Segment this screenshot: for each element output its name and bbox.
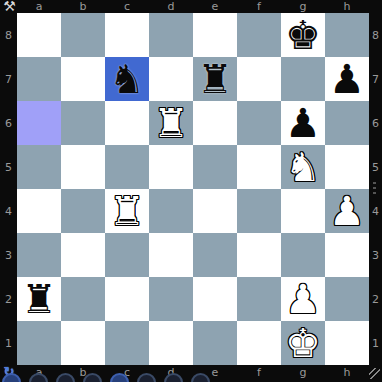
chess-board-window: abcdefgh abcdefgh 87654321 87654321 ♚♞♜♟…: [0, 0, 382, 382]
rank-label-6: 6: [369, 101, 382, 145]
white-pawn[interactable]: ♟: [285, 277, 321, 321]
square-a3[interactable]: [17, 233, 61, 277]
rank-label-7: 7: [0, 57, 17, 101]
square-g6[interactable]: ♟: [281, 101, 325, 145]
rank-label-7: 7: [369, 57, 382, 101]
square-b8[interactable]: [61, 13, 105, 57]
rank-label-8: 8: [0, 13, 17, 57]
square-c8[interactable]: [105, 13, 149, 57]
file-label-h: h: [325, 0, 369, 13]
square-g3[interactable]: [281, 233, 325, 277]
resize-grip-icon[interactable]: [369, 368, 380, 379]
square-b3[interactable]: [61, 233, 105, 277]
square-d5[interactable]: [149, 145, 193, 189]
square-d3[interactable]: [149, 233, 193, 277]
drag-handle-dots-icon[interactable]: [373, 182, 376, 196]
square-f1[interactable]: [237, 321, 281, 365]
square-e8[interactable]: [193, 13, 237, 57]
square-c6[interactable]: [105, 101, 149, 145]
square-g4[interactable]: [281, 189, 325, 233]
square-c5[interactable]: [105, 145, 149, 189]
square-h6[interactable]: [325, 101, 369, 145]
square-d4[interactable]: [149, 189, 193, 233]
black-king[interactable]: ♚: [285, 13, 321, 57]
square-h3[interactable]: [325, 233, 369, 277]
square-d8[interactable]: [149, 13, 193, 57]
file-label-a: a: [17, 0, 61, 13]
black-pawn[interactable]: ♟: [285, 101, 321, 145]
square-d7[interactable]: [149, 57, 193, 101]
square-d1[interactable]: [149, 321, 193, 365]
square-b7[interactable]: [61, 57, 105, 101]
file-label-b: b: [61, 0, 105, 13]
square-c7[interactable]: ♞: [105, 57, 149, 101]
square-e7[interactable]: ♜: [193, 57, 237, 101]
square-a5[interactable]: [17, 145, 61, 189]
file-label-e: e: [193, 0, 237, 13]
square-a6[interactable]: [17, 101, 61, 145]
square-g1[interactable]: ♚: [281, 321, 325, 365]
square-h8[interactable]: [325, 13, 369, 57]
square-d2[interactable]: [149, 277, 193, 321]
file-label-h: h: [325, 365, 369, 382]
square-a1[interactable]: [17, 321, 61, 365]
square-f2[interactable]: [237, 277, 281, 321]
square-f4[interactable]: [237, 189, 281, 233]
rank-label-2: 2: [369, 277, 382, 321]
white-pawn[interactable]: ♟: [329, 189, 365, 233]
square-f8[interactable]: [237, 13, 281, 57]
square-b5[interactable]: [61, 145, 105, 189]
square-f7[interactable]: [237, 57, 281, 101]
rank-label-8: 8: [369, 13, 382, 57]
square-c1[interactable]: [105, 321, 149, 365]
rank-label-5: 5: [0, 145, 17, 189]
square-e3[interactable]: [193, 233, 237, 277]
black-rook[interactable]: ♜: [197, 57, 233, 101]
square-b1[interactable]: [61, 321, 105, 365]
square-b6[interactable]: [61, 101, 105, 145]
rank-label-1: 1: [0, 321, 17, 365]
rank-label-6: 6: [0, 101, 17, 145]
square-a4[interactable]: [17, 189, 61, 233]
rank-labels-left: 87654321: [0, 13, 17, 365]
tools-icon[interactable]: ⚒: [1, 0, 18, 14]
white-rook[interactable]: ♜: [153, 101, 189, 145]
square-f3[interactable]: [237, 233, 281, 277]
file-label-c: c: [105, 0, 149, 13]
white-rook[interactable]: ♜: [109, 189, 145, 233]
rank-label-3: 3: [0, 233, 17, 277]
square-g5[interactable]: ♞: [281, 145, 325, 189]
square-d6[interactable]: ♜: [149, 101, 193, 145]
square-e4[interactable]: [193, 189, 237, 233]
square-h1[interactable]: [325, 321, 369, 365]
black-knight[interactable]: ♞: [109, 57, 145, 101]
white-knight[interactable]: ♞: [285, 145, 321, 189]
square-g8[interactable]: ♚: [281, 13, 325, 57]
black-rook[interactable]: ♜: [21, 277, 57, 321]
file-label-f: f: [237, 0, 281, 13]
square-f6[interactable]: [237, 101, 281, 145]
square-c4[interactable]: ♜: [105, 189, 149, 233]
rank-label-3: 3: [369, 233, 382, 277]
square-b4[interactable]: [61, 189, 105, 233]
file-label-f: f: [237, 365, 281, 382]
white-king[interactable]: ♚: [285, 321, 321, 365]
square-g7[interactable]: [281, 57, 325, 101]
square-c2[interactable]: [105, 277, 149, 321]
rank-label-2: 2: [0, 277, 17, 321]
square-g2[interactable]: ♟: [281, 277, 325, 321]
file-label-d: d: [149, 0, 193, 13]
square-f5[interactable]: [237, 145, 281, 189]
chess-board[interactable]: ♚♞♜♟♜♟♞♜♟♜♟♚: [17, 13, 369, 365]
square-c3[interactable]: [105, 233, 149, 277]
file-label-g: g: [281, 365, 325, 382]
square-a2[interactable]: ♜: [17, 277, 61, 321]
square-h5[interactable]: [325, 145, 369, 189]
square-e1[interactable]: [193, 321, 237, 365]
square-e6[interactable]: [193, 101, 237, 145]
rank-label-4: 4: [0, 189, 17, 233]
square-e2[interactable]: [193, 277, 237, 321]
cropped-toolbar-buttons: [0, 378, 230, 382]
square-h7[interactable]: ♟: [325, 57, 369, 101]
square-e5[interactable]: [193, 145, 237, 189]
square-h2[interactable]: [325, 277, 369, 321]
square-h4[interactable]: ♟: [325, 189, 369, 233]
square-a7[interactable]: [17, 57, 61, 101]
rank-label-1: 1: [369, 321, 382, 365]
square-a8[interactable]: [17, 13, 61, 57]
square-b2[interactable]: [61, 277, 105, 321]
black-pawn[interactable]: ♟: [329, 57, 365, 101]
